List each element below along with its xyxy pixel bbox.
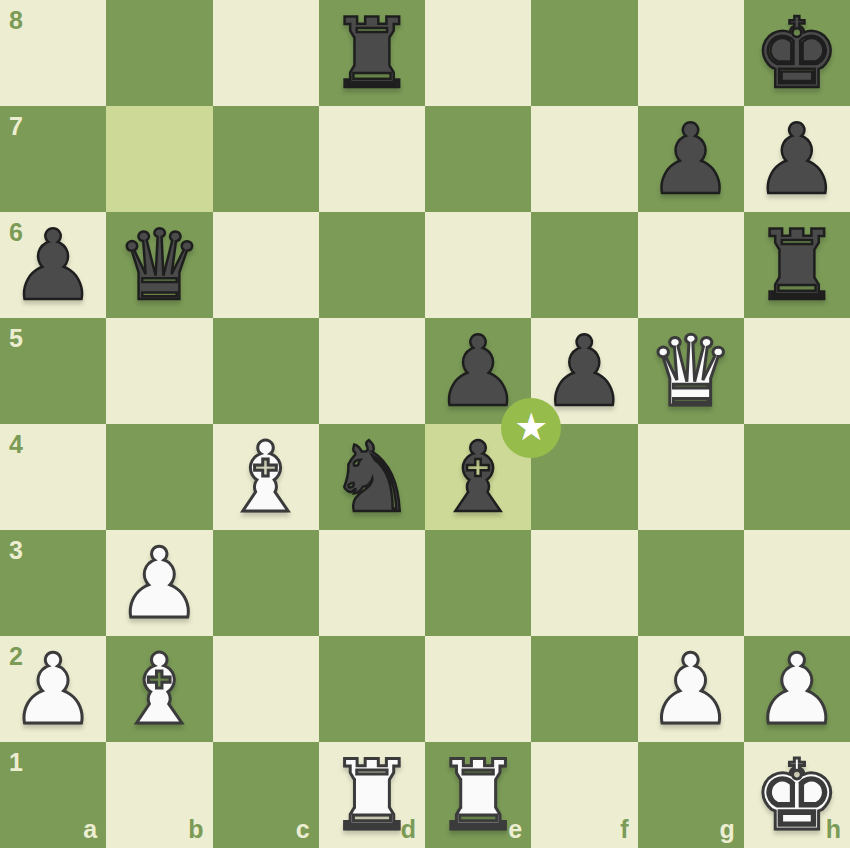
black-pawn[interactable]: ♟	[638, 106, 744, 212]
square-g1[interactable]: g	[638, 742, 744, 848]
square-f3[interactable]	[531, 530, 637, 636]
white-bishop[interactable]: ♝	[213, 424, 319, 530]
square-g6[interactable]	[638, 212, 744, 318]
square-f7[interactable]	[531, 106, 637, 212]
chess-board-container: 8♜♚7♟♟6♟♛♜5♟♟♛4♝♞♝3♟2♟♝♟♟1abcd♜e♜fgh♚ ★	[0, 0, 850, 848]
square-c1[interactable]: c	[213, 742, 319, 848]
square-f4[interactable]	[531, 424, 637, 530]
square-e2[interactable]	[425, 636, 531, 742]
square-a1[interactable]: 1a	[0, 742, 106, 848]
white-pawn[interactable]: ♟	[638, 636, 744, 742]
square-d5[interactable]	[319, 318, 425, 424]
square-c2[interactable]	[213, 636, 319, 742]
square-c5[interactable]	[213, 318, 319, 424]
white-rook[interactable]: ♜	[425, 742, 531, 848]
square-d4[interactable]: ♞	[319, 424, 425, 530]
square-a8[interactable]: 8	[0, 0, 106, 106]
square-a7[interactable]: 7	[0, 106, 106, 212]
square-d8[interactable]: ♜	[319, 0, 425, 106]
rank-label-3: 3	[9, 536, 23, 565]
square-g5[interactable]: ♛	[638, 318, 744, 424]
white-pawn[interactable]: ♟	[744, 636, 850, 742]
white-rook[interactable]: ♜	[319, 742, 425, 848]
black-pawn[interactable]: ♟	[744, 106, 850, 212]
square-f6[interactable]	[531, 212, 637, 318]
white-king[interactable]: ♚	[744, 742, 850, 848]
white-bishop[interactable]: ♝	[106, 636, 212, 742]
square-e7[interactable]	[425, 106, 531, 212]
square-b1[interactable]: b	[106, 742, 212, 848]
square-h4[interactable]	[744, 424, 850, 530]
square-a4[interactable]: 4	[0, 424, 106, 530]
square-h5[interactable]	[744, 318, 850, 424]
white-pawn[interactable]: ♟	[106, 530, 212, 636]
square-h3[interactable]	[744, 530, 850, 636]
file-label-f: f	[620, 815, 628, 844]
square-e6[interactable]	[425, 212, 531, 318]
square-b5[interactable]	[106, 318, 212, 424]
rank-label-7: 7	[9, 112, 23, 141]
file-label-g: g	[719, 815, 734, 844]
square-c4[interactable]: ♝	[213, 424, 319, 530]
square-b4[interactable]	[106, 424, 212, 530]
square-a5[interactable]: 5	[0, 318, 106, 424]
rank-label-5: 5	[9, 324, 23, 353]
square-b3[interactable]: ♟	[106, 530, 212, 636]
square-e4[interactable]: ♝	[425, 424, 531, 530]
square-c3[interactable]	[213, 530, 319, 636]
square-d3[interactable]	[319, 530, 425, 636]
square-g2[interactable]: ♟	[638, 636, 744, 742]
square-h7[interactable]: ♟	[744, 106, 850, 212]
rank-label-8: 8	[9, 6, 23, 35]
square-c6[interactable]	[213, 212, 319, 318]
square-d1[interactable]: d♜	[319, 742, 425, 848]
square-g3[interactable]	[638, 530, 744, 636]
black-queen[interactable]: ♛	[106, 212, 212, 318]
black-rook[interactable]: ♜	[319, 0, 425, 106]
black-pawn[interactable]: ♟	[531, 318, 637, 424]
square-h8[interactable]: ♚	[744, 0, 850, 106]
square-b7[interactable]	[106, 106, 212, 212]
square-h1[interactable]: h♚	[744, 742, 850, 848]
white-queen[interactable]: ♛	[638, 318, 744, 424]
square-e8[interactable]	[425, 0, 531, 106]
square-b8[interactable]	[106, 0, 212, 106]
file-label-c: c	[296, 815, 310, 844]
square-f8[interactable]	[531, 0, 637, 106]
square-h2[interactable]: ♟	[744, 636, 850, 742]
square-g4[interactable]	[638, 424, 744, 530]
rank-label-4: 4	[9, 430, 23, 459]
black-rook[interactable]: ♜	[744, 212, 850, 318]
square-b6[interactable]: ♛	[106, 212, 212, 318]
square-f5[interactable]: ♟	[531, 318, 637, 424]
square-f2[interactable]	[531, 636, 637, 742]
square-e1[interactable]: e♜	[425, 742, 531, 848]
square-g8[interactable]	[638, 0, 744, 106]
rank-label-1: 1	[9, 748, 23, 777]
square-g7[interactable]: ♟	[638, 106, 744, 212]
file-label-a: a	[83, 815, 97, 844]
black-knight[interactable]: ♞	[319, 424, 425, 530]
black-pawn[interactable]: ♟	[0, 212, 106, 318]
square-a6[interactable]: 6♟	[0, 212, 106, 318]
black-pawn[interactable]: ♟	[425, 318, 531, 424]
square-e5[interactable]: ♟	[425, 318, 531, 424]
white-pawn[interactable]: ♟	[0, 636, 106, 742]
black-king[interactable]: ♚	[744, 0, 850, 106]
square-c8[interactable]	[213, 0, 319, 106]
file-label-b: b	[188, 815, 203, 844]
square-d7[interactable]	[319, 106, 425, 212]
square-c7[interactable]	[213, 106, 319, 212]
square-b2[interactable]: ♝	[106, 636, 212, 742]
square-e3[interactable]	[425, 530, 531, 636]
square-d2[interactable]	[319, 636, 425, 742]
square-a2[interactable]: 2♟	[0, 636, 106, 742]
chess-board: 8♜♚7♟♟6♟♛♜5♟♟♛4♝♞♝3♟2♟♝♟♟1abcd♜e♜fgh♚	[0, 0, 850, 848]
black-bishop[interactable]: ♝	[425, 424, 531, 530]
square-f1[interactable]: f	[531, 742, 637, 848]
square-a3[interactable]: 3	[0, 530, 106, 636]
square-h6[interactable]: ♜	[744, 212, 850, 318]
square-d6[interactable]	[319, 212, 425, 318]
